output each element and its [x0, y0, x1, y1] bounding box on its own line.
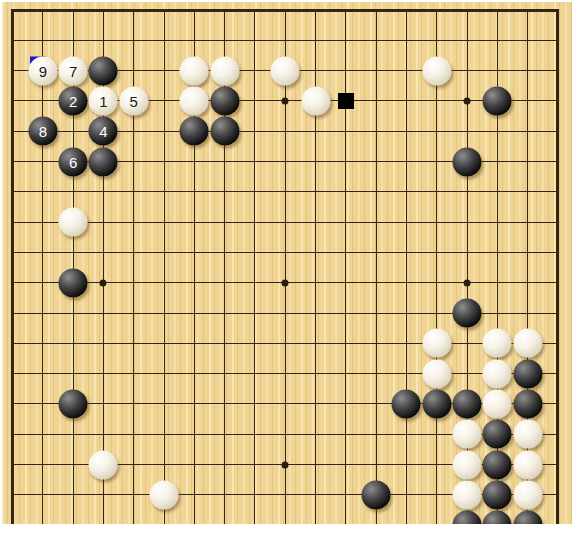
stone-white — [180, 56, 209, 85]
stone-black: 6 — [59, 147, 88, 176]
move-number-label: 1 — [99, 93, 107, 108]
star-point — [464, 279, 471, 286]
stone-black — [483, 480, 512, 509]
move-number-label: 8 — [39, 124, 47, 139]
grid-line-horizontal — [11, 252, 559, 253]
stone-white — [422, 359, 451, 388]
grid-line-vertical — [406, 9, 407, 525]
grid-line-horizontal — [11, 40, 559, 41]
stone-white — [180, 86, 209, 115]
stone-black — [89, 147, 118, 176]
stone-black — [453, 511, 482, 524]
stone-black — [483, 86, 512, 115]
stone-black — [453, 147, 482, 176]
move-number-label: 9 — [39, 63, 47, 78]
stone-white — [513, 420, 542, 449]
stone-black — [483, 511, 512, 524]
stone-black — [453, 389, 482, 418]
grid-line-horizontal — [11, 373, 559, 374]
stone-black — [210, 86, 239, 115]
star-point — [282, 97, 289, 104]
stone-white: 7 — [59, 56, 88, 85]
stone-white — [453, 480, 482, 509]
move-number-label: 4 — [99, 124, 107, 139]
stone-white — [513, 329, 542, 358]
star-point — [282, 461, 289, 468]
stone-black — [392, 389, 421, 418]
stone-white — [59, 208, 88, 237]
stone-white — [483, 359, 512, 388]
stone-white — [301, 86, 330, 115]
grid-line-vertical — [285, 9, 286, 525]
grid-line-vertical — [11, 9, 14, 525]
grid-line-vertical — [376, 9, 377, 525]
stone-white — [210, 56, 239, 85]
stone-black: 8 — [28, 117, 57, 146]
stone-white — [483, 329, 512, 358]
stone-black — [513, 359, 542, 388]
grid-line-horizontal — [11, 343, 559, 344]
star-point — [282, 279, 289, 286]
stone-black — [453, 299, 482, 328]
star-point — [100, 279, 107, 286]
black-square-marker — [338, 93, 354, 109]
stone-white — [89, 450, 118, 479]
grid-line-horizontal — [11, 191, 559, 192]
stone-black — [422, 389, 451, 418]
stone-white — [422, 56, 451, 85]
stone-black — [210, 117, 239, 146]
move-number-label: 5 — [130, 93, 138, 108]
stone-white — [150, 480, 179, 509]
grid-line-horizontal — [11, 9, 559, 12]
stone-black — [513, 389, 542, 418]
stone-black — [59, 268, 88, 297]
stone-black — [59, 389, 88, 418]
grid-line-vertical — [345, 9, 346, 525]
grid-line-vertical — [42, 9, 43, 525]
stone-black — [89, 56, 118, 85]
stone-black: 2 — [59, 86, 88, 115]
grid-line-vertical — [254, 9, 255, 525]
stone-black: 4 — [89, 117, 118, 146]
stone-black — [513, 511, 542, 524]
stone-black — [362, 480, 391, 509]
move-number-label: 7 — [69, 63, 77, 78]
grid-line-horizontal — [11, 222, 559, 223]
move-number-label: 6 — [69, 154, 77, 169]
stone-white: 5 — [119, 86, 148, 115]
stone-black — [483, 450, 512, 479]
grid-line-vertical — [436, 9, 437, 525]
stone-white — [271, 56, 300, 85]
star-point — [464, 97, 471, 104]
stone-white: 1 — [89, 86, 118, 115]
grid-line-vertical — [556, 9, 559, 525]
stone-black — [180, 117, 209, 146]
move-number-label: 2 — [69, 93, 77, 108]
stone-white — [483, 389, 512, 418]
stone-white: 9 — [28, 56, 57, 85]
stone-white — [513, 450, 542, 479]
go-board[interactable]: 97215846 — [2, 2, 572, 524]
stone-white — [453, 450, 482, 479]
stone-white — [422, 329, 451, 358]
stone-white — [513, 480, 542, 509]
grid-line-vertical — [164, 9, 165, 525]
stone-white — [453, 420, 482, 449]
stone-black — [483, 420, 512, 449]
